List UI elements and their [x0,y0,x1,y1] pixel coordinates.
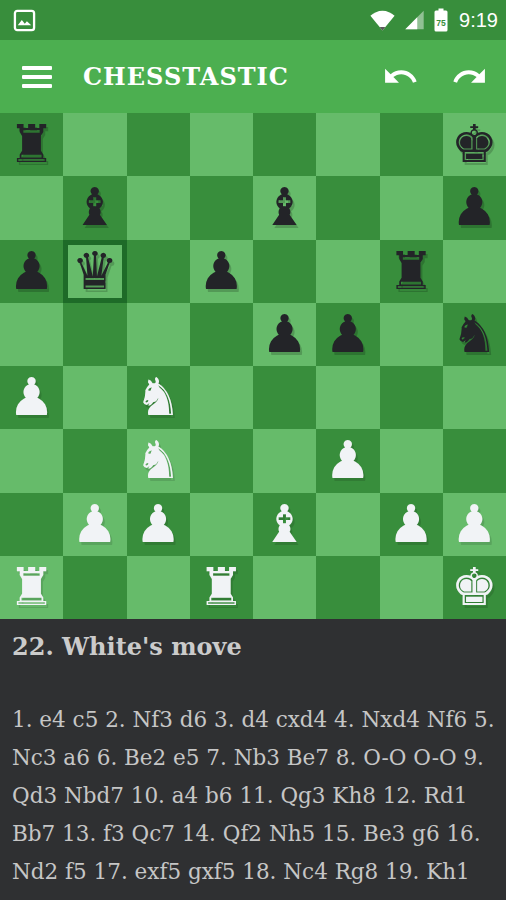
square-b4[interactable] [63,366,126,429]
square-h4[interactable] [443,366,506,429]
square-c7[interactable] [127,176,190,239]
battery-icon: 75 [433,7,449,33]
undo-icon [382,58,419,95]
piece-black-pawn: ♟ [261,303,308,366]
app-bar: CHESSTASTIC [0,40,506,113]
square-f7[interactable] [316,176,379,239]
piece-black-pawn: ♟ [198,240,245,303]
square-c4[interactable]: ♞ [127,366,190,429]
square-a6[interactable]: ♟ [0,240,63,303]
square-d1[interactable]: ♜ [190,556,253,619]
piece-white-pawn: ♟ [72,493,119,556]
piece-white-pawn: ♟ [388,493,435,556]
square-d4[interactable] [190,366,253,429]
square-d3[interactable] [190,429,253,492]
move-list: 1. e4 c5 2. Nf3 d6 3. d4 cxd4 4. Nxd4 Nf… [12,701,496,900]
status-bar: 75 9:19 [0,0,506,40]
photo-notification-icon [13,9,36,32]
piece-black-rook: ♜ [8,113,55,176]
square-d5[interactable] [190,303,253,366]
square-f1[interactable] [316,556,379,619]
piece-white-knight: ♞ [135,366,182,429]
square-c5[interactable] [127,303,190,366]
square-g2[interactable]: ♟ [380,493,443,556]
wifi-icon [369,9,396,31]
piece-white-bishop: ♝ [261,493,308,556]
square-c2[interactable]: ♟ [127,493,190,556]
square-a2[interactable] [0,493,63,556]
piece-black-bishop: ♝ [72,176,119,239]
square-b1[interactable] [63,556,126,619]
square-e7[interactable]: ♝ [253,176,316,239]
square-g6[interactable]: ♜ [380,240,443,303]
square-b6[interactable]: ♛ [63,240,126,303]
square-d7[interactable] [190,176,253,239]
piece-white-pawn: ♟ [135,493,182,556]
piece-black-queen: ♛ [72,240,119,303]
square-h6[interactable] [443,240,506,303]
square-f8[interactable] [316,113,379,176]
square-a7[interactable] [0,176,63,239]
square-g8[interactable] [380,113,443,176]
square-a5[interactable] [0,303,63,366]
cellular-signal-icon [403,9,426,31]
square-h2[interactable]: ♟ [443,493,506,556]
square-g3[interactable] [380,429,443,492]
square-d6[interactable]: ♟ [190,240,253,303]
square-e3[interactable] [253,429,316,492]
square-h5[interactable]: ♞ [443,303,506,366]
move-turn-heading: 22. White's move [12,632,496,661]
square-a3[interactable] [0,429,63,492]
square-f5[interactable]: ♟ [316,303,379,366]
piece-white-pawn: ♟ [325,429,372,492]
redo-icon [451,58,488,95]
square-a1[interactable]: ♜ [0,556,63,619]
square-c1[interactable] [127,556,190,619]
square-c8[interactable] [127,113,190,176]
battery-percent-label: 75 [436,18,446,28]
square-g4[interactable] [380,366,443,429]
square-e6[interactable] [253,240,316,303]
status-clock: 9:19 [459,9,498,32]
move-panel: 22. White's move 1. e4 c5 2. Nf3 d6 3. d… [0,619,506,900]
square-a8[interactable]: ♜ [0,113,63,176]
square-c6[interactable] [127,240,190,303]
piece-black-rook: ♜ [388,240,435,303]
square-h7[interactable]: ♟ [443,176,506,239]
piece-black-pawn: ♟ [325,303,372,366]
square-h1[interactable]: ♚ [443,556,506,619]
square-h3[interactable] [443,429,506,492]
piece-black-pawn: ♟ [451,176,498,239]
piece-white-rook: ♜ [198,556,245,619]
piece-black-king: ♚ [451,113,498,176]
undo-button[interactable] [382,58,419,95]
piece-white-pawn: ♟ [8,366,55,429]
square-g1[interactable] [380,556,443,619]
square-f3[interactable]: ♟ [316,429,379,492]
square-f4[interactable] [316,366,379,429]
app-title: CHESSTASTIC [83,62,382,91]
square-c3[interactable]: ♞ [127,429,190,492]
square-h8[interactable]: ♚ [443,113,506,176]
square-b5[interactable] [63,303,126,366]
square-b7[interactable]: ♝ [63,176,126,239]
square-b8[interactable] [63,113,126,176]
square-d8[interactable] [190,113,253,176]
square-e4[interactable] [253,366,316,429]
piece-black-knight: ♞ [451,303,498,366]
square-b2[interactable]: ♟ [63,493,126,556]
square-e5[interactable]: ♟ [253,303,316,366]
piece-white-pawn: ♟ [451,493,498,556]
square-e8[interactable] [253,113,316,176]
piece-black-pawn: ♟ [8,240,55,303]
piece-white-king: ♚ [451,556,498,619]
chess-board: ♜♚♝♝♟♟♛♟♜♟♟♞♟♞♞♟♟♟♝♟♟♜♜♚ [0,113,506,619]
piece-white-knight: ♞ [135,429,182,492]
menu-hamburger-icon[interactable] [22,66,52,88]
square-f6[interactable] [316,240,379,303]
square-e2[interactable]: ♝ [253,493,316,556]
square-f2[interactable] [316,493,379,556]
piece-black-bishop: ♝ [261,176,308,239]
square-a4[interactable]: ♟ [0,366,63,429]
square-d2[interactable] [190,493,253,556]
square-b3[interactable] [63,429,126,492]
square-g7[interactable] [380,176,443,239]
square-e1[interactable] [253,556,316,619]
piece-white-rook: ♜ [8,556,55,619]
redo-button[interactable] [451,58,488,95]
square-g5[interactable] [380,303,443,366]
